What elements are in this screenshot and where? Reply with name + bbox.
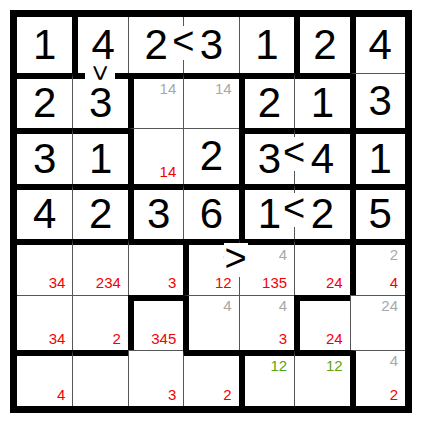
cell-r6c4[interactable]: 4 [183, 295, 238, 351]
cell-r7c2[interactable] [72, 350, 127, 406]
corner-candidates: 4 [223, 298, 231, 315]
cell-r6c1[interactable]: 34 [17, 295, 72, 351]
pencil-marks: 4 [390, 275, 398, 292]
cell-r6c3[interactable]: 345 [128, 295, 183, 351]
cell-r4c3[interactable]: 3 [128, 184, 183, 240]
cell-r6c6[interactable]: 24 [294, 295, 349, 351]
inequality-sign: > [85, 62, 115, 84]
cell-value: 6 [184, 190, 238, 240]
cell-r7c6[interactable]: 12 [294, 350, 349, 406]
cell-value: 2 [17, 79, 72, 129]
cell-r6c2[interactable]: 2 [72, 295, 127, 351]
cell-r3c4[interactable]: 2 [183, 128, 238, 184]
puzzle-grid: 1423124231414213311423414236125342343412… [17, 17, 405, 406]
cell-r2c1[interactable]: 2 [17, 73, 72, 129]
inequality-sign: < [171, 26, 195, 60]
corner-candidates: 2 [390, 247, 398, 264]
cell-r3c3[interactable]: 14 [128, 128, 183, 184]
cell-r2c4[interactable]: 14 [183, 73, 238, 129]
cell-r2c5[interactable]: 2 [239, 73, 294, 129]
cell-r1c6[interactable]: 2 [294, 17, 349, 73]
cell-value: 3 [17, 134, 72, 184]
pencil-marks: 34 [49, 275, 66, 292]
cell-value: 2 [184, 129, 238, 184]
pencil-marks: 2 [390, 387, 398, 404]
cell-value: 2 [300, 17, 349, 73]
cell-r5c1[interactable]: 34 [17, 239, 72, 295]
pencil-marks: 2 [113, 331, 121, 348]
inequality-sign: < [282, 193, 306, 227]
corner-candidates: 12 [326, 358, 343, 375]
inequality-glyph: > [225, 239, 247, 277]
corner-candidates: 14 [215, 81, 232, 98]
cell-r6c5[interactable]: 43 [239, 295, 294, 351]
pencil-marks: 3 [168, 387, 176, 404]
cell-r4c7[interactable]: 5 [350, 184, 405, 240]
cell-r7c1[interactable]: 4 [17, 350, 72, 406]
corner-candidates: 4 [279, 298, 287, 315]
cell-value: 3 [356, 74, 405, 129]
cell-r3c1[interactable]: 3 [17, 128, 72, 184]
inequality-sign: > [224, 243, 248, 277]
corner-candidates: 12 [270, 358, 287, 375]
cell-r4c4[interactable]: 6 [183, 184, 238, 240]
corner-candidates: 14 [160, 81, 177, 98]
cell-r6c7[interactable]: 24 [350, 295, 405, 351]
corner-candidates: 4 [279, 247, 287, 264]
inequality-glyph: > [86, 64, 114, 80]
cell-r7c5[interactable]: 12 [239, 350, 294, 406]
cell-r2c3[interactable]: 14 [128, 73, 183, 129]
cell-r4c2[interactable]: 2 [72, 184, 127, 240]
inequality-sign: < [282, 137, 306, 171]
cell-r1c7[interactable]: 4 [350, 17, 405, 73]
cell-value: 2 [73, 190, 127, 240]
cell-r5c7[interactable]: 24 [350, 239, 405, 295]
cell-value: 1 [17, 17, 72, 73]
pencil-marks: 4 [57, 387, 65, 404]
cell-r1c1[interactable]: 1 [17, 17, 72, 73]
cell-value: 1 [356, 134, 405, 184]
cell-r7c4[interactable]: 2 [183, 350, 238, 406]
pencil-marks: 24 [326, 275, 343, 292]
cell-r3c7[interactable]: 1 [350, 128, 405, 184]
inequality-glyph: < [283, 189, 305, 227]
cell-r7c3[interactable]: 3 [128, 350, 183, 406]
pencil-marks: 135 [262, 275, 287, 292]
pencil-marks: 34 [49, 331, 66, 348]
pencil-marks: 345 [151, 331, 176, 348]
pencil-marks: 3 [279, 331, 287, 348]
cell-r5c2[interactable]: 234 [72, 239, 127, 295]
pencil-marks: 3 [168, 275, 176, 292]
corner-candidates: 4 [390, 353, 398, 370]
cell-value: 2 [245, 79, 294, 129]
pencil-marks: 24 [326, 331, 343, 348]
cell-r7c7[interactable]: 42 [350, 350, 405, 406]
cell-r1c5[interactable]: 1 [239, 17, 294, 73]
cell-value: 4 [17, 190, 72, 240]
cell-value: 1 [73, 134, 127, 184]
inequality-glyph: < [172, 22, 194, 60]
cell-r5c3[interactable]: 3 [128, 239, 183, 295]
inequality-glyph: < [283, 133, 305, 171]
pencil-marks: 14 [160, 164, 177, 181]
pencil-marks: 234 [96, 275, 121, 292]
cell-r3c2[interactable]: 1 [72, 128, 127, 184]
cell-value: 5 [356, 190, 405, 240]
cell-value: 3 [134, 190, 183, 240]
cell-value: 3 [73, 79, 127, 129]
cell-value: 4 [356, 17, 405, 73]
cell-value: 1 [295, 79, 349, 129]
pencil-marks: 2 [223, 387, 231, 404]
cell-value: 1 [240, 17, 294, 73]
puzzle-board: 1423124231414213311423414236125342343412… [10, 10, 412, 413]
cell-r2c7[interactable]: 3 [350, 73, 405, 129]
cell-r5c6[interactable]: 24 [294, 239, 349, 295]
cell-r2c6[interactable]: 1 [294, 73, 349, 129]
corner-candidates: 24 [381, 298, 398, 315]
cell-r4c1[interactable]: 4 [17, 184, 72, 240]
